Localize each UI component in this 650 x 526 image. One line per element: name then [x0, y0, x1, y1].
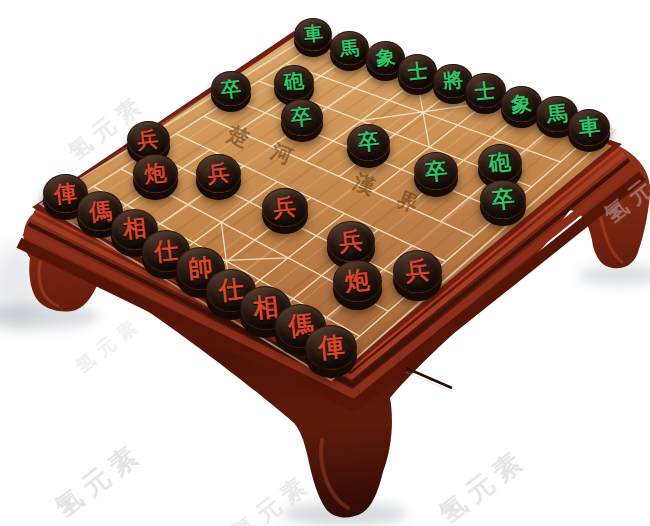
piece-character: 象: [510, 93, 532, 115]
piece-character: 兵: [206, 161, 230, 185]
piece-character: 車: [578, 116, 601, 139]
piece-red-soldier[interactable]: 兵: [393, 250, 442, 293]
piece-character: 兵: [136, 127, 159, 150]
piece-character: 傌: [88, 199, 113, 224]
piece-green-advisor[interactable]: 士: [398, 54, 438, 88]
piece-character: 卒: [357, 130, 381, 154]
piece-character: 俥: [317, 333, 346, 362]
piece-green-soldier[interactable]: 卒: [414, 152, 458, 191]
piece-character: 象: [375, 47, 396, 68]
piece-character: 卒: [220, 78, 242, 100]
piece-red-soldier[interactable]: 兵: [327, 221, 375, 262]
piece-green-soldier[interactable]: 卒: [211, 71, 252, 106]
piece-green-soldier[interactable]: 卒: [347, 124, 390, 161]
piece-character: 兵: [338, 228, 364, 254]
piece-green-soldier[interactable]: 卒: [480, 180, 526, 220]
piece-green-cannon[interactable]: 砲: [478, 144, 522, 182]
piece-red-soldier[interactable]: 兵: [262, 188, 308, 228]
piece-red-cannon[interactable]: 炮: [333, 260, 383, 303]
piece-character: 馬: [546, 103, 569, 126]
piece-character: 炮: [143, 161, 167, 185]
pieces-layer: 車馬象士將士象馬車砲砲卒卒卒卒卒兵兵兵兵兵炮炮俥傌相仕帥仕相傌俥: [0, 0, 650, 526]
piece-character: 砲: [283, 71, 305, 93]
piece-character: 士: [407, 61, 429, 83]
piece-character: 卒: [290, 106, 313, 129]
piece-red-cannon[interactable]: 炮: [133, 154, 178, 193]
piece-character: 兵: [272, 195, 297, 220]
piece-character: 卒: [424, 159, 448, 183]
scene: 楚河 漢界 車馬象士將士象馬車砲砲卒卒卒卒卒兵兵兵兵兵炮炮俥傌相仕帥仕相傌俥 氢…: [0, 0, 650, 526]
piece-green-soldier[interactable]: 卒: [281, 99, 323, 135]
piece-character: 俥: [53, 181, 78, 206]
piece-character: 將: [442, 70, 464, 92]
piece-character: 馬: [339, 38, 360, 59]
piece-character: 車: [303, 24, 324, 45]
piece-green-horse[interactable]: 馬: [330, 31, 369, 65]
piece-green-chariot[interactable]: 車: [294, 18, 332, 51]
piece-character: 士: [474, 80, 496, 102]
piece-red-chariot[interactable]: 俥: [305, 325, 358, 371]
piece-green-advisor[interactable]: 士: [465, 73, 506, 108]
piece-red-soldier[interactable]: 兵: [127, 121, 170, 158]
piece-red-soldier[interactable]: 兵: [196, 154, 241, 193]
piece-character: 砲: [488, 151, 512, 175]
piece-green-chariot[interactable]: 車: [568, 109, 610, 146]
piece-character: 卒: [491, 187, 516, 212]
piece-character: 相: [122, 216, 148, 242]
piece-character: 兵: [404, 258, 431, 285]
piece-green-cannon[interactable]: 砲: [274, 65, 314, 100]
piece-character: 仕: [152, 238, 178, 264]
piece-character: 炮: [344, 267, 371, 294]
